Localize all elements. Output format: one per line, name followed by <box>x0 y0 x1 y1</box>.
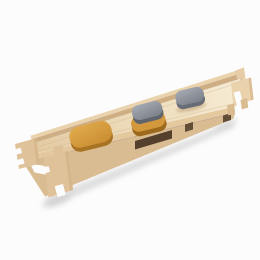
right-end-foot <box>227 103 235 115</box>
right-end-foot <box>241 98 249 110</box>
product-photo <box>0 0 260 260</box>
balance-beam-scene <box>0 0 260 260</box>
